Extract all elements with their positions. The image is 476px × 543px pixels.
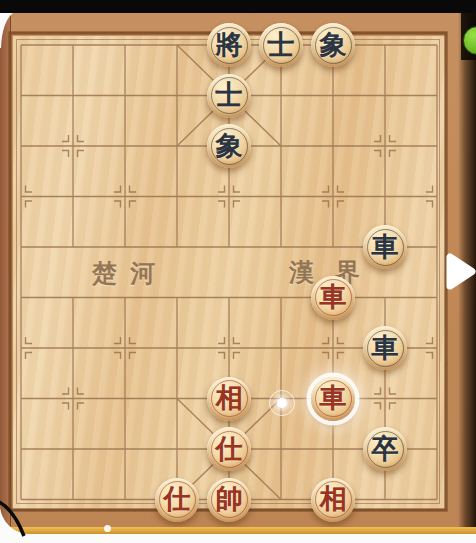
piece-glyph: 帥 (216, 485, 243, 512)
piece-glyph: 象 (320, 31, 347, 58)
piece-black-chariot-b[interactable]: 車 (363, 326, 407, 370)
piece-glyph: 車 (372, 334, 399, 361)
piece-glyph: 士 (268, 31, 295, 58)
piece-glyph: 車 (372, 233, 399, 260)
xiangqi-app: { "game": "xiangqi", "board": { "cols": … (0, 0, 476, 543)
piece-red-chariot-b[interactable]: 車 (311, 377, 355, 421)
game-board: 楚河 漢界 將士象士象車車車相車仕卒仕帥相 (0, 0, 476, 534)
piece-glyph: 象 (216, 132, 243, 159)
piece-black-soldier-a[interactable]: 卒 (363, 427, 407, 471)
piece-red-elephant-b[interactable]: 相 (311, 478, 355, 522)
piece-glyph: 相 (216, 384, 243, 411)
piece-black-elephant-a[interactable]: 象 (311, 23, 355, 67)
piece-red-advisor-a[interactable]: 仕 (207, 427, 251, 471)
piece-red-chariot-a[interactable]: 車 (311, 276, 355, 320)
expand-panel-button[interactable] (444, 252, 476, 292)
piece-black-advisor-a[interactable]: 士 (259, 23, 303, 67)
bottom-gold-strip (0, 527, 476, 534)
piece-red-advisor-b[interactable]: 仕 (155, 478, 199, 522)
piece-glyph: 士 (216, 81, 243, 108)
piece-red-general[interactable]: 帥 (207, 478, 251, 522)
piece-glyph: 將 (216, 31, 243, 58)
piece-glyph: 相 (320, 485, 347, 512)
right-arrow-icon (450, 257, 472, 286)
pieces-grid: 將士象士象車車車相車仕卒仕帥相 (0, 20, 463, 525)
piece-black-elephant-b[interactable]: 象 (207, 124, 251, 168)
bottom-speck (104, 525, 111, 532)
piece-glyph: 仕 (164, 485, 191, 512)
piece-black-advisor-b[interactable]: 士 (207, 74, 251, 118)
piece-glyph: 車 (320, 283, 347, 310)
piece-glyph: 卒 (372, 435, 399, 462)
piece-black-general[interactable]: 將 (207, 23, 251, 67)
piece-glyph: 仕 (216, 435, 243, 462)
last-move-from-marker (277, 398, 287, 408)
piece-black-chariot-a[interactable]: 車 (363, 225, 407, 269)
piece-red-elephant-a[interactable]: 相 (207, 377, 251, 421)
top-black-bar (0, 0, 476, 13)
piece-glyph: 車 (320, 384, 347, 411)
